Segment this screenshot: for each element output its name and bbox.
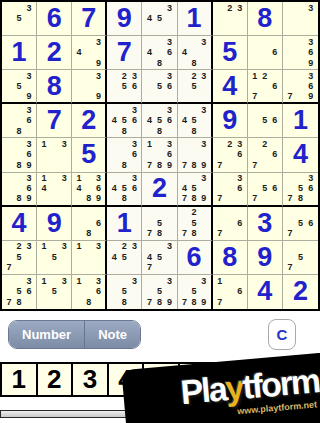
note-digit: 4 (74, 184, 84, 194)
note-digit: 6 (270, 150, 280, 160)
note-digit: 5 (189, 81, 199, 91)
note-digit: 1 (39, 174, 49, 184)
cell-r4c7[interactable]: 9 (213, 104, 248, 138)
note-digit: 3 (199, 37, 209, 47)
note-digit (199, 47, 209, 57)
cell-r7c7[interactable]: 67 (213, 207, 248, 241)
note-digit (84, 287, 94, 298)
cell-r6c6[interactable]: 345789 (178, 173, 213, 207)
note-digit (199, 208, 209, 218)
cell-r3c9[interactable]: 3679 (283, 70, 318, 104)
pencil-notes: 34568 (107, 104, 141, 137)
note-digit (144, 218, 154, 228)
note-digit: 7 (215, 297, 225, 308)
cell-r7c2[interactable]: 9 (37, 207, 72, 241)
cell-r8c7[interactable]: 8 (213, 241, 248, 275)
note-digit (144, 287, 154, 298)
note-digit (295, 13, 305, 23)
note-digit: 4 (39, 184, 49, 194)
note-digit (295, 208, 305, 218)
cell-r6c2[interactable]: 134 (37, 173, 72, 207)
note-digit (74, 37, 84, 47)
note-digit: 8 (189, 297, 199, 308)
pencil-notes: 34568 (142, 104, 176, 137)
note-digit (119, 105, 129, 115)
note-digit: 7 (285, 263, 295, 273)
pencil-notes: 68 (72, 207, 105, 240)
clear-button[interactable]: C (268, 319, 296, 350)
pencil-notes: 135 (37, 275, 71, 309)
note-digit: 8 (189, 160, 199, 170)
note-digit (109, 139, 119, 149)
note-digit (225, 228, 235, 238)
note-digit: 8 (84, 228, 94, 238)
note-digit (260, 160, 270, 170)
cell-r4c9[interactable]: 1 (283, 104, 318, 138)
note-digit (4, 194, 14, 204)
note-digit: 4 (74, 47, 84, 57)
sudoku-board: 3567934512383123497346834856369359839235… (0, 0, 320, 311)
note-digit (49, 160, 59, 170)
note-digit (4, 116, 14, 126)
note-digit: 8 (189, 126, 199, 136)
cell-r1c6[interactable]: 1 (178, 2, 213, 36)
note-digit (109, 297, 119, 308)
note-digit: 6 (165, 81, 175, 91)
cell-r2c7[interactable]: 5 (213, 36, 248, 70)
note-digit: 6 (129, 116, 139, 126)
note-digit (74, 208, 84, 218)
cell-r7c6[interactable]: 2578 (178, 207, 213, 241)
note-digit (189, 276, 199, 287)
cell-r4c1[interactable]: 368 (2, 104, 37, 138)
note-digit (144, 150, 154, 160)
given-digit: 1 (12, 39, 27, 66)
note-digit (14, 174, 24, 184)
note-digit (250, 58, 260, 68)
note-digit: 7 (215, 194, 225, 204)
note-digit: 3 (199, 71, 209, 81)
cell-r6c1[interactable]: 3689 (2, 173, 37, 207)
note-digit (215, 184, 225, 194)
pencil-notes: 368 (2, 104, 36, 137)
note-digit (285, 252, 295, 262)
cell-r5c3[interactable]: 5 (72, 138, 107, 172)
note-digit (154, 150, 164, 160)
note-digit: 8 (154, 297, 164, 308)
note-digit (74, 91, 84, 101)
note-digit (154, 24, 164, 34)
cell-r6c4[interactable]: 34568 (107, 173, 142, 207)
cell-r9c8[interactable]: 4 (248, 275, 283, 309)
note-digit (14, 276, 24, 287)
cell-r8c9[interactable]: 57 (283, 241, 318, 275)
note-digit (109, 126, 119, 136)
cell-r2c2[interactable]: 2 (37, 36, 72, 70)
number-mode-button[interactable]: Number (9, 321, 84, 348)
cell-r9c6[interactable]: 35789 (178, 275, 213, 309)
note-digit: 5 (295, 184, 305, 194)
note-digit (250, 150, 260, 160)
note-digit (144, 208, 154, 218)
note-digit: 3 (165, 105, 175, 115)
note-digit: 5 (49, 252, 59, 262)
note-digit (154, 139, 164, 149)
note-digit: 2 (260, 71, 270, 81)
note-digit: 3 (94, 242, 104, 252)
note-digit: 6 (306, 184, 316, 194)
pencil-notes: 2357 (2, 241, 36, 274)
note-digit (189, 139, 199, 149)
note-digit: 6 (306, 218, 316, 228)
note-digit: 4 (144, 116, 154, 126)
note-digit: 8 (189, 58, 199, 68)
cell-r9c3[interactable]: 1368 (72, 275, 107, 309)
cell-r1c8[interactable]: 8 (248, 2, 283, 36)
cell-r7c9[interactable]: 567 (283, 207, 318, 241)
note-digit: 9 (199, 194, 209, 204)
cell-r8c3[interactable]: 13 (72, 241, 107, 275)
cell-r7c5[interactable]: 578 (142, 207, 177, 241)
note-digit (4, 24, 14, 34)
note-digit (4, 160, 14, 170)
pencil-notes: 56 (248, 104, 282, 137)
note-digit (165, 252, 175, 262)
note-digit: 6 (165, 116, 175, 126)
cell-r9c5[interactable]: 35789 (142, 275, 177, 309)
note-digit: 8 (84, 194, 94, 204)
note-digit: 4 (144, 47, 154, 57)
cell-r3c1[interactable]: 359 (2, 70, 37, 104)
cell-r5c7[interactable]: 2367 (213, 138, 248, 172)
cell-r1c3[interactable]: 7 (72, 2, 107, 36)
note-digit (4, 184, 14, 194)
cell-r9c7[interactable]: 167 (213, 275, 248, 309)
cell-r2c9[interactable]: 369 (283, 36, 318, 70)
note-digit (225, 287, 235, 298)
note-digit: 6 (24, 184, 34, 194)
note-digit (14, 105, 24, 115)
note-digit (59, 194, 69, 204)
pencil-notes: 135 (37, 241, 71, 274)
note-digit: 9 (24, 160, 34, 170)
pencil-notes: 35678 (283, 173, 318, 205)
note-digit (49, 150, 59, 160)
note-digit (285, 3, 295, 13)
cell-r2c6[interactable]: 348 (178, 36, 213, 70)
note-digit (295, 263, 305, 273)
note-digit: 5 (189, 184, 199, 194)
note-digit (250, 81, 260, 91)
pencil-notes: 34568 (107, 173, 141, 205)
note-digit (84, 252, 94, 262)
note-digit (215, 3, 225, 13)
cell-r7c3[interactable]: 68 (72, 207, 107, 241)
note-digit (49, 194, 59, 204)
note-digit (129, 91, 139, 101)
note-digit (180, 71, 190, 81)
cell-r2c8[interactable]: 6 (248, 36, 283, 70)
pencil-notes: 2356 (107, 70, 141, 102)
note-digit: 5 (14, 81, 24, 91)
note-digit: 3 (199, 139, 209, 149)
numpad-key-2[interactable]: 2 (36, 362, 72, 397)
numpad-key-3[interactable]: 3 (71, 362, 107, 397)
note-digit (199, 228, 209, 238)
note-digit (189, 47, 199, 57)
note-digit (260, 58, 270, 68)
note-digit (24, 252, 34, 262)
note-digit (306, 194, 316, 204)
cell-r3c4[interactable]: 2356 (107, 70, 142, 104)
note-digit (215, 208, 225, 218)
note-digit (260, 91, 270, 101)
note-digit (94, 208, 104, 218)
pencil-notes: 134 (37, 173, 71, 205)
cell-r1c5[interactable]: 345 (142, 2, 177, 36)
cell-r1c7[interactable]: 23 (213, 2, 248, 36)
note-digit: 7 (250, 91, 260, 101)
cell-r9c1[interactable]: 35678 (2, 275, 37, 309)
cell-r1c2[interactable]: 6 (37, 2, 72, 36)
cell-r4c6[interactable]: 3458 (178, 104, 213, 138)
note-digit: 8 (14, 160, 24, 170)
cell-r6c9[interactable]: 35678 (283, 173, 318, 207)
cell-r4c8[interactable]: 56 (248, 104, 283, 138)
note-digit (84, 37, 94, 47)
cell-r8c8[interactable]: 9 (248, 241, 283, 275)
note-digit (84, 263, 94, 273)
note-digit: 2 (14, 242, 24, 252)
note-digit (129, 287, 139, 298)
note-digit (260, 81, 270, 91)
cell-r1c1[interactable]: 35 (2, 2, 37, 36)
cell-r3c5[interactable]: 356 (142, 70, 177, 104)
note-digit (270, 105, 280, 115)
note-digit (225, 218, 235, 228)
cell-r2c4[interactable]: 7 (107, 36, 142, 70)
cell-r8c2[interactable]: 135 (37, 241, 72, 275)
pencil-notes: 3679 (283, 70, 318, 102)
note-digit: 5 (119, 81, 129, 91)
cell-r2c3[interactable]: 349 (72, 36, 107, 70)
note-digit (180, 276, 190, 287)
note-digit: 6 (235, 218, 245, 228)
cell-r9c2[interactable]: 135 (37, 275, 72, 309)
pencil-notes: 167 (213, 275, 247, 309)
note-digit (109, 81, 119, 91)
cell-r1c9[interactable]: 3 (283, 2, 318, 36)
given-digit: 7 (81, 5, 96, 32)
note-digit: 6 (24, 116, 34, 126)
note-digit (306, 252, 316, 262)
cell-r5c6[interactable]: 3789 (178, 138, 213, 172)
cell-r6c8[interactable]: 567 (248, 173, 283, 207)
note-digit (74, 228, 84, 238)
note-digit: 7 (215, 160, 225, 170)
cell-r8c5[interactable]: 3457 (142, 241, 177, 275)
note-digit (154, 91, 164, 101)
note-digit: 8 (154, 58, 164, 68)
note-digit: 9 (94, 91, 104, 101)
note-digit (215, 13, 225, 23)
cell-r6c7[interactable]: 367 (213, 173, 248, 207)
pencil-notes: 567 (248, 173, 282, 205)
note-digit: 3 (235, 174, 245, 184)
note-digit (109, 91, 119, 101)
note-digit (49, 242, 59, 252)
note-digit (119, 174, 129, 184)
note-digit: 6 (306, 47, 316, 57)
note-digit: 6 (94, 184, 104, 194)
given-digit: 6 (47, 5, 62, 32)
cell-r5c4[interactable]: 368 (107, 138, 142, 172)
pencil-notes: 2367 (213, 138, 247, 171)
cell-r9c4[interactable]: 358 (107, 275, 142, 309)
note-digit (235, 24, 245, 34)
cell-r3c7[interactable]: 4 (213, 70, 248, 104)
note-digit (215, 24, 225, 34)
note-digit: 9 (94, 58, 104, 68)
note-digit (235, 228, 245, 238)
note-digit: 7 (180, 228, 190, 238)
note-digit (189, 174, 199, 184)
cell-r3c6[interactable]: 235 (178, 70, 213, 104)
note-digit (225, 276, 235, 287)
note-digit: 3 (24, 174, 34, 184)
note-digit (180, 105, 190, 115)
given-digit: 4 (293, 141, 308, 168)
cell-r5c9[interactable]: 4 (283, 138, 318, 172)
note-digit (165, 13, 175, 23)
note-digit: 3 (306, 37, 316, 47)
note-digit (165, 218, 175, 228)
note-digit: 7 (250, 160, 260, 170)
cell-r9c9[interactable]: 2 (283, 275, 318, 309)
note-digit (250, 126, 260, 136)
note-digit: 5 (154, 287, 164, 298)
note-digit (84, 218, 94, 228)
note-digit (285, 47, 295, 57)
cell-r1c4[interactable]: 9 (107, 2, 142, 36)
cell-r7c8[interactable]: 3 (248, 207, 283, 241)
note-digit (199, 184, 209, 194)
cell-r8c4[interactable]: 2345 (107, 241, 142, 275)
note-digit (4, 252, 14, 262)
note-digit (4, 126, 14, 136)
cell-r3c3[interactable]: 39 (72, 70, 107, 104)
note-digit: 7 (180, 194, 190, 204)
note-digit: 7 (4, 297, 14, 308)
note-digit (215, 139, 225, 149)
note-digit (4, 3, 14, 13)
cell-r8c6[interactable]: 6 (178, 241, 213, 275)
cell-r5c8[interactable]: 267 (248, 138, 283, 172)
note-digit: 2 (119, 71, 129, 81)
note-digit (109, 287, 119, 298)
pencil-notes: 136789 (142, 138, 176, 171)
note-digit (74, 263, 84, 273)
note-digit: 7 (180, 297, 190, 308)
pencil-notes: 356 (142, 70, 176, 102)
note-digit: 8 (295, 194, 305, 204)
note-digit (119, 150, 129, 160)
cell-r4c2[interactable]: 7 (37, 104, 72, 138)
note-digit (154, 208, 164, 218)
note-digit: 3 (129, 174, 139, 184)
cell-r2c5[interactable]: 3468 (142, 36, 177, 70)
note-digit (24, 263, 34, 273)
cell-r5c2[interactable]: 13 (37, 138, 72, 172)
note-digit (144, 24, 154, 34)
cell-r6c3[interactable]: 134689 (72, 173, 107, 207)
note-digit: 8 (119, 126, 129, 136)
note-digit (39, 194, 49, 204)
cell-r8c1[interactable]: 2357 (2, 241, 37, 275)
note-digit: 5 (189, 287, 199, 298)
cell-r7c1[interactable]: 4 (2, 207, 37, 241)
note-digit: 6 (129, 81, 139, 91)
cell-r5c5[interactable]: 136789 (142, 138, 177, 172)
note-digit (4, 276, 14, 287)
note-digit (270, 174, 280, 184)
cell-r6c5[interactable]: 2 (142, 173, 177, 207)
note-digit (49, 263, 59, 273)
given-digit: 8 (47, 73, 62, 100)
cell-r4c4[interactable]: 34568 (107, 104, 142, 138)
note-digit (285, 242, 295, 252)
pencil-notes: 2578 (178, 207, 211, 240)
note-digit (4, 242, 14, 252)
pencil-notes: 3689 (2, 173, 36, 205)
note-digit (295, 228, 305, 238)
cell-r7c4[interactable]: 1 (107, 207, 142, 241)
note-digit (119, 276, 129, 287)
cell-r2c1[interactable]: 1 (2, 36, 37, 70)
note-digit: 2 (260, 139, 270, 149)
pencil-notes: 267 (248, 138, 282, 171)
note-digit (225, 208, 235, 218)
note-digit (84, 184, 94, 194)
given-digit: 4 (222, 73, 237, 100)
note-digit (39, 297, 49, 308)
note-digit (306, 13, 316, 23)
note-digit (235, 13, 245, 23)
note-mode-button[interactable]: Note (84, 321, 140, 348)
cell-r3c8[interactable]: 1267 (248, 70, 283, 104)
note-digit: 3 (59, 174, 69, 184)
note-digit (59, 184, 69, 194)
note-digit (84, 208, 94, 218)
note-digit (285, 81, 295, 91)
note-digit (39, 150, 49, 160)
note-digit (94, 47, 104, 57)
cell-r4c3[interactable]: 2 (72, 104, 107, 138)
note-digit (144, 276, 154, 287)
pencil-notes: 2345 (107, 241, 141, 274)
note-digit: 3 (59, 242, 69, 252)
note-digit: 2 (189, 71, 199, 81)
note-digit (24, 81, 34, 91)
cell-r5c1[interactable]: 3689 (2, 138, 37, 172)
numpad-key-1[interactable]: 1 (0, 362, 36, 397)
cell-r4c5[interactable]: 34568 (142, 104, 177, 138)
note-digit (250, 174, 260, 184)
note-digit (39, 252, 49, 262)
note-digit (295, 91, 305, 101)
note-digit (4, 150, 14, 160)
cell-r3c2[interactable]: 8 (37, 70, 72, 104)
